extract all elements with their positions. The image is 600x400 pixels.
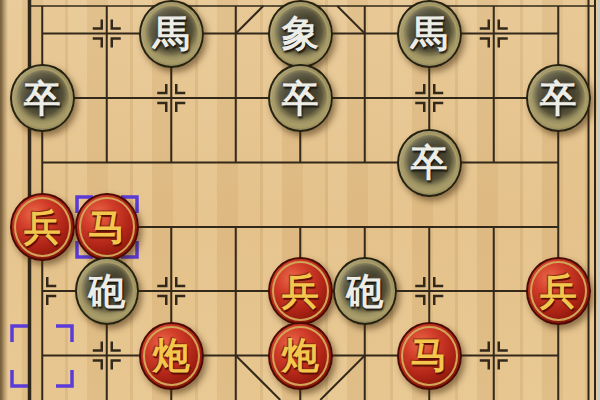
piece-black-soldier[interactable]: 卒 xyxy=(10,64,75,132)
piece-black-horse[interactable]: 馬 xyxy=(397,0,462,68)
board-intersection-f9r7[interactable]: 兵 xyxy=(526,259,591,323)
board-intersection-f5r8[interactable]: 炮 xyxy=(268,323,333,388)
piece-black-soldier[interactable]: 卒 xyxy=(268,64,333,132)
piece-black-elephant[interactable]: 象 xyxy=(268,0,333,68)
piece-red-soldier[interactable]: 兵 xyxy=(526,257,591,325)
piece-red-soldier[interactable]: 兵 xyxy=(10,193,75,261)
board-intersection-f1r8[interactable] xyxy=(10,323,75,388)
piece-red-cannon[interactable]: 炮 xyxy=(139,322,204,390)
board-intersection-f5r4[interactable]: 卒 xyxy=(268,66,333,130)
board-intersection-f5r3[interactable]: 象 xyxy=(268,1,333,66)
board-intersection-f5r7[interactable]: 兵 xyxy=(268,259,333,323)
board-intersection-f7r8[interactable]: 马 xyxy=(397,323,462,388)
board-intersection-f7r5[interactable]: 卒 xyxy=(397,130,462,195)
board-intersection-f2r7[interactable]: 砲 xyxy=(75,259,140,323)
board-intersection-f3r3[interactable]: 馬 xyxy=(139,1,204,66)
board-intersection-f9r4[interactable]: 卒 xyxy=(526,66,591,130)
piece-red-horse[interactable]: 马 xyxy=(75,193,140,261)
board-intersection-f1r4[interactable]: 卒 xyxy=(10,66,75,130)
piece-black-cannon[interactable]: 砲 xyxy=(333,257,398,325)
piece-red-cannon[interactable]: 炮 xyxy=(268,322,333,390)
board-intersection-f2r6[interactable]: 马 xyxy=(75,195,140,259)
piece-black-soldier[interactable]: 卒 xyxy=(397,129,462,197)
piece-black-cannon[interactable]: 砲 xyxy=(75,257,140,325)
piece-red-soldier[interactable]: 兵 xyxy=(268,257,333,325)
piece-black-horse[interactable]: 馬 xyxy=(139,0,204,68)
last-move-from-marker xyxy=(9,323,75,389)
board-intersection-f7r3[interactable]: 馬 xyxy=(397,1,462,66)
piece-red-horse[interactable]: 马 xyxy=(397,322,462,390)
board-intersection-f3r8[interactable]: 炮 xyxy=(139,323,204,388)
board-intersection-f1r6[interactable]: 兵 xyxy=(10,195,75,259)
board-intersection-f6r7[interactable]: 砲 xyxy=(333,259,398,323)
board-piece-grid[interactable]: 馬象馬卒卒卒卒兵 马砲兵砲兵炮炮马 xyxy=(10,1,591,388)
xiangqi-board[interactable]: 馬象馬卒卒卒卒兵 马砲兵砲兵炮炮马 xyxy=(0,0,600,400)
piece-black-soldier[interactable]: 卒 xyxy=(526,64,591,132)
board-left-edge-shadow xyxy=(0,0,8,400)
